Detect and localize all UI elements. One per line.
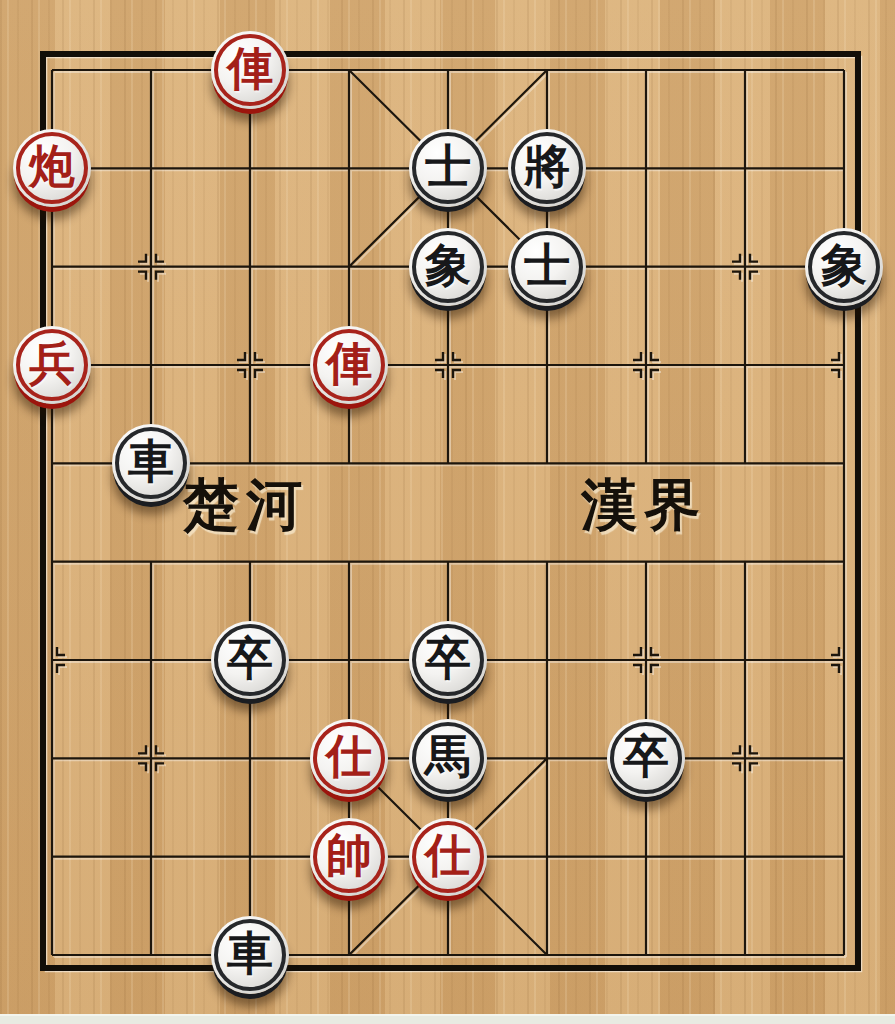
intersection[interactable] [3,21,102,119]
intersection[interactable] [3,709,102,807]
piece-glyph: 卒 [607,719,685,795]
intersection[interactable] [399,21,498,119]
piece-glyph: 象 [409,228,487,304]
piece-glyph: 炮 [13,129,91,205]
intersection[interactable] [201,119,300,217]
intersection[interactable] [795,119,894,217]
intersection[interactable] [795,906,894,1004]
intersection[interactable] [696,218,795,316]
piece-black-chariot[interactable]: 車 [211,916,289,994]
piece-black-advisor[interactable]: 士 [508,228,586,306]
piece-glyph: 仕 [409,818,487,894]
intersection[interactable] [102,513,201,611]
intersection[interactable] [795,316,894,414]
intersection[interactable] [795,513,894,611]
piece-red-cannon[interactable]: 炮 [13,129,91,207]
piece-glyph: 士 [409,129,487,205]
piece-glyph: 將 [508,129,586,205]
intersection[interactable] [795,414,894,512]
intersection[interactable] [696,709,795,807]
intersection[interactable] [300,906,399,1004]
piece-red-soldier[interactable]: 兵 [13,326,91,404]
piece-black-soldier[interactable]: 卒 [211,621,289,699]
intersection[interactable] [399,513,498,611]
intersection[interactable] [696,316,795,414]
intersection[interactable] [696,611,795,709]
intersection[interactable] [300,513,399,611]
intersection[interactable] [201,709,300,807]
intersection[interactable] [597,119,696,217]
intersection[interactable] [696,119,795,217]
intersection[interactable] [795,21,894,119]
intersection[interactable] [201,513,300,611]
intersection[interactable] [696,513,795,611]
piece-black-soldier[interactable]: 卒 [607,719,685,797]
intersection[interactable] [597,316,696,414]
intersection[interactable] [102,218,201,316]
intersection[interactable] [498,808,597,906]
intersection[interactable] [696,414,795,512]
piece-glyph: 馬 [409,719,487,795]
intersection[interactable] [498,316,597,414]
piece-red-advisor[interactable]: 仕 [409,818,487,896]
intersection[interactable] [201,808,300,906]
intersection[interactable] [102,709,201,807]
intersection[interactable] [3,513,102,611]
intersection[interactable] [498,513,597,611]
intersection[interactable] [300,611,399,709]
piece-glyph: 俥 [211,31,289,107]
intersection[interactable] [201,218,300,316]
intersection[interactable] [3,414,102,512]
piece-glyph: 象 [805,228,883,304]
intersection[interactable] [399,906,498,1004]
intersection[interactable] [795,808,894,906]
intersection[interactable] [795,611,894,709]
intersection[interactable] [3,611,102,709]
intersection[interactable] [597,414,696,512]
piece-black-elephant[interactable]: 象 [409,228,487,306]
piece-black-general[interactable]: 將 [508,129,586,207]
bottom-strip [0,1014,895,1024]
intersection[interactable] [300,119,399,217]
piece-glyph: 車 [211,916,289,992]
intersection[interactable] [498,906,597,1004]
intersection[interactable] [498,709,597,807]
intersection[interactable] [795,709,894,807]
intersection[interactable] [102,21,201,119]
piece-glyph: 卒 [211,621,289,697]
intersection[interactable] [102,316,201,414]
piece-red-chariot[interactable]: 俥 [310,326,388,404]
piece-black-elephant[interactable]: 象 [805,228,883,306]
intersection[interactable] [597,513,696,611]
piece-black-chariot[interactable]: 車 [112,424,190,502]
intersection[interactable] [3,808,102,906]
intersection[interactable] [597,21,696,119]
piece-black-advisor[interactable]: 士 [409,129,487,207]
intersection[interactable] [498,21,597,119]
piece-black-soldier[interactable]: 卒 [409,621,487,699]
intersection[interactable] [399,316,498,414]
intersection[interactable] [498,414,597,512]
piece-glyph: 俥 [310,326,388,402]
intersection[interactable] [498,611,597,709]
piece-glyph: 帥 [310,818,388,894]
intersection[interactable] [201,316,300,414]
piece-glyph: 士 [508,228,586,304]
intersection[interactable] [201,414,300,512]
intersection[interactable] [300,218,399,316]
intersection[interactable] [597,906,696,1004]
intersection[interactable] [696,808,795,906]
intersection[interactable] [597,218,696,316]
intersection[interactable] [696,906,795,1004]
piece-glyph: 卒 [409,621,487,697]
piece-red-general[interactable]: 帥 [310,818,388,896]
intersection[interactable] [399,414,498,512]
piece-red-chariot[interactable]: 俥 [211,31,289,109]
piece-red-advisor[interactable]: 仕 [310,719,388,797]
intersection[interactable] [3,906,102,1004]
intersection[interactable] [102,119,201,217]
piece-black-horse[interactable]: 馬 [409,719,487,797]
intersection[interactable] [300,21,399,119]
piece-glyph: 車 [112,424,190,500]
intersection[interactable] [597,808,696,906]
intersection[interactable] [300,414,399,512]
intersection[interactable] [597,611,696,709]
piece-glyph: 仕 [310,719,388,795]
intersection[interactable] [3,218,102,316]
piece-glyph: 兵 [13,326,91,402]
intersection[interactable] [102,906,201,1004]
xiangqi-board: 楚河 漢界 俥炮士將象士象兵俥車卒卒仕馬卒帥仕車 [0,0,895,1024]
intersection[interactable] [102,611,201,709]
intersection[interactable] [696,21,795,119]
board-intersections: 俥炮士將象士象兵俥車卒卒仕馬卒帥仕車 [3,21,894,1004]
intersection[interactable] [102,808,201,906]
